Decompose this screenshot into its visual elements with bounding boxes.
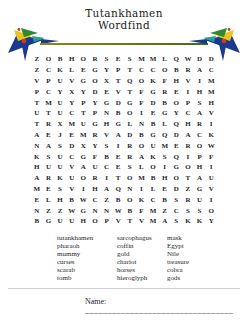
grid-cell: M [205,76,217,87]
grid-cell: O [159,65,171,76]
grid-cell: Y [101,65,113,76]
word-list-item: mummy [57,250,117,258]
word-list-column2: sarcophaguscoffingoldchariothorseshierog… [117,234,167,282]
grid-cell: S [124,162,136,173]
grid-cell: C [43,65,55,76]
grid-cell: G [78,76,90,87]
grid-cell: V [205,184,217,195]
grid-cell: G [89,119,101,130]
word-list-item: scarab [57,266,117,274]
grid-cell: P [78,97,90,108]
grid-cell: P [194,151,206,162]
grid-cell: O [124,108,136,119]
word-list-item: sarcophagus [117,234,167,242]
grid-cell: Z [182,184,194,195]
grid-cell: O [89,216,101,227]
grid-cell: Y [78,86,90,97]
grid-cell: H [194,162,206,173]
grid-cell: S [171,216,183,227]
grid-cell: U [31,108,43,119]
grid-cell: U [147,140,159,151]
grid-cell: I [136,184,148,195]
grid-cell: G [78,205,90,216]
grid-cell: E [171,140,183,151]
grid-cell: N [136,119,148,130]
grid-cell: X [54,119,66,130]
word-list-item: cobra [167,266,217,274]
grid-cell: G [147,130,159,141]
grid-cell: S [101,140,113,151]
grid-cell: O [182,162,194,173]
grid-cell: X [66,86,78,97]
grid-cell: E [147,108,159,119]
grid-cell: U [54,76,66,87]
grid-cell: H [194,86,206,97]
grid-cell: S [54,184,66,195]
word-list-item: chariot [117,258,167,266]
grid-cell: I [182,86,194,97]
grid-cell: U [54,151,66,162]
grid-cell: P [101,216,113,227]
grid-cell: T [43,108,55,119]
grid-cell: B [171,65,183,76]
grid-cell: U [54,97,66,108]
grid-cell: N [101,108,113,119]
grid-cell: K [147,151,159,162]
grid-cell: I [78,184,90,195]
grid-cell: M [136,173,148,184]
grid-cell: V [66,162,78,173]
grid-cell: T [78,108,90,119]
grid-cell: T [124,65,136,76]
grid-cell: K [54,65,66,76]
grid-cell: A [43,140,55,151]
grid-cell: R [89,173,101,184]
grid-cell: B [66,194,78,205]
grid-cell: J [54,130,66,141]
grid-cell: W [182,54,194,65]
grid-cell: V [101,130,113,141]
grid-cell: M [147,54,159,65]
grid-cell: I [205,194,217,205]
grid-cell: F [159,76,171,87]
grid-cell: R [89,130,101,141]
grid-cell: K [136,194,148,205]
grid-cell: E [31,194,43,205]
grid-cell: Z [159,205,171,216]
grid-cell: G [124,97,136,108]
footer-divider [8,288,240,289]
grid-cell: E [66,130,78,141]
grid-cell: B [101,151,113,162]
grid-cell: H [159,173,171,184]
grid-cell: E [159,184,171,195]
grid-cell: L [147,184,159,195]
grid-cell: V [112,86,124,97]
grid-cell: F [136,97,148,108]
grid-cell: T [112,76,124,87]
grid-cell: T [31,119,43,130]
grid-cell: A [31,130,43,141]
grid-cell: B [124,205,136,216]
word-list-item: Nile [167,250,217,258]
grid-cell: K [31,151,43,162]
grid-cell: C [136,65,148,76]
word-search-grid: ZOBHORSESMMLQWDDZCKLEGYPTCCOBRACVPUVGOXT… [31,54,217,227]
grid-cell: Z [54,205,66,216]
grid-cell: N [124,184,136,195]
grid-cell: H [182,119,194,130]
grid-cell: O [124,194,136,205]
grid-cell: Y [66,97,78,108]
grid-cell: V [205,108,217,119]
grid-cell: U [66,173,78,184]
grid-cell: U [89,162,101,173]
grid-cell: A [182,130,194,141]
grid-cell: U [54,162,66,173]
grid-cell: C [147,65,159,76]
grid-cell: M [136,54,148,65]
grid-cell: H [205,97,217,108]
grid-cell: O [171,173,183,184]
grid-cell: O [136,140,148,151]
grid-cell: Q [171,54,183,65]
grid-cell: C [182,108,194,119]
grid-cell: M [31,184,43,195]
grid-cell: M [66,119,78,130]
word-list-item: horses [117,266,167,274]
grid-cell: K [205,130,217,141]
grid-cell: G [43,216,55,227]
grid-cell: L [159,54,171,65]
grid-cell: Q [124,76,136,87]
grid-cell: G [159,108,171,119]
grid-cell: B [147,119,159,130]
grid-cell: Q [112,184,124,195]
grid-cell: A [78,162,90,173]
grid-cell: I [194,76,206,87]
grid-cell: X [78,140,90,151]
grid-cell: R [89,54,101,65]
grid-cell: U [54,216,66,227]
grid-cell: G [171,162,183,173]
grid-cell: K [147,76,159,87]
grid-cell: V [66,184,78,195]
word-list-column1: tutankhamenpharaohmummycursesscarabtomb [57,234,117,282]
grid-cell: R [182,194,194,205]
grid-cell: E [78,65,90,76]
grid-cell: Y [205,216,217,227]
grid-cell: Y [171,108,183,119]
grid-cell: O [78,173,90,184]
grid-cell: U [205,173,217,184]
grid-cell: I [159,162,171,173]
grid-cell: E [112,151,124,162]
grid-cell: O [171,97,183,108]
grid-cell: I [205,162,217,173]
grid-cell: O [43,54,55,65]
grid-cell: W [78,194,90,205]
grid-cell: E [43,130,55,141]
grid-cell: H [78,216,90,227]
grid-cell: V [31,76,43,87]
grid-cell: F [136,86,148,97]
grid-cell: B [147,173,159,184]
grid-cell: W [66,205,78,216]
grid-cell: M [43,97,55,108]
grid-cell: Y [54,86,66,97]
grid-cell: B [159,97,171,108]
grid-cell: A [159,216,171,227]
grid-cell: W [112,205,124,216]
grid-cell: U [54,108,66,119]
grid-cell: D [66,140,78,151]
grid-cell: O [124,173,136,184]
grid-cell: H [101,119,113,130]
grid-cell: P [43,76,55,87]
grid-cell: K [182,216,194,227]
grid-cell: T [124,216,136,227]
word-list-column3: maskEgyptNiletreasurecobragods [167,234,217,282]
grid-cell: L [136,162,148,173]
grid-cell: L [124,119,136,130]
grid-cell: A [112,130,124,141]
grid-cell: G [112,119,124,130]
word-list-item: gold [117,250,167,258]
word-list-item: tutankhamen [57,234,117,242]
grid-cell: G [89,65,101,76]
grid-cell: S [159,151,171,162]
word-list-item: treasure [167,258,217,266]
grid-cell: A [194,108,206,119]
grid-cell: R [182,65,194,76]
grid-cell: T [182,173,194,184]
grid-cell: I [182,151,194,162]
grid-cell: R [43,119,55,130]
grid-cell: C [171,205,183,216]
grid-cell: C [205,65,217,76]
grid-cell: C [66,151,78,162]
grid-cell: D [171,130,183,141]
worksheet-page: Tutankhamen Wordfind ZOBHORSESMMLQWDDZCK… [0,0,248,320]
grid-cell: E [101,86,113,97]
grid-cell: Z [31,54,43,65]
grid-cell: P [89,108,101,119]
grid-cell: C [66,108,78,119]
grid-cell: U [43,162,55,173]
grid-cell: H [171,76,183,87]
grid-cell: H [89,184,101,195]
grid-cell: G [101,97,113,108]
grid-cell: H [66,54,78,65]
grid-cell: E [112,54,124,65]
word-list: tutankhamenpharaohmummycursesscarabtombs… [57,234,217,282]
grid-cell: L [159,119,171,130]
grid-cell: P [112,65,124,76]
grid-cell: G [78,151,90,162]
grid-cell: H [31,162,43,173]
grid-cell: Y [89,97,101,108]
grid-cell: V [112,216,124,227]
grid-cell: B [136,130,148,141]
grid-cell: G [194,184,206,195]
title-line1: Tutankhamen [0,7,248,19]
grid-cell: Q [171,151,183,162]
grid-cell: U [78,119,90,130]
grid-cell: X [101,76,113,87]
grid-cell: K [54,173,66,184]
grid-cell: O [136,76,148,87]
word-list-item: mask [167,234,217,242]
grid-cell: D [205,54,217,65]
grid-cell: M [205,86,217,97]
grid-cell: A [194,173,206,184]
grid-cell: M [159,140,171,151]
grid-cell: S [43,151,55,162]
word-list-item: hieroglyph [117,274,167,282]
grid-cell: B [112,108,124,119]
grid-cell: D [89,86,101,97]
word-list-item: Egypt [167,242,217,250]
grid-cell: L [43,194,55,205]
grid-cell: Q [171,119,183,130]
grid-cell: V [136,216,148,227]
grid-cell: P [31,86,43,97]
grid-cell: O [78,54,90,65]
word-list-item: tomb [57,274,117,282]
grid-cell: U [66,216,78,227]
grid-cell: S [54,140,66,151]
grid-cell: T [31,97,43,108]
grid-cell: R [182,140,194,151]
grid-cell: L [66,65,78,76]
grid-cell: O [147,162,159,173]
grid-cell: O [194,140,206,151]
grid-cell: W [205,140,217,151]
grid-cell: H [54,194,66,205]
grid-cell: F [205,151,217,162]
grid-cell: C [194,130,206,141]
grid-cell: R [124,140,136,151]
grid-cell: D [124,130,136,141]
grid-cell: I [101,173,113,184]
grid-cell: T [124,86,136,97]
grid-cell: S [101,54,113,65]
grid-cell: A [136,151,148,162]
grid-cell: Q [159,130,171,141]
grid-cell: Y [89,140,101,151]
grid-cell: S [194,97,206,108]
grid-cell: G [147,86,159,97]
grid-cell: S [182,205,194,216]
grid-cell: A [194,65,206,76]
grid-cell: S [124,54,136,65]
grid-cell: S [194,205,206,216]
word-list-item: curses [57,258,117,266]
grid-cell: B [112,194,124,205]
grid-cell: T [112,173,124,184]
grid-cell: Z [31,65,43,76]
grid-cell: R [194,119,206,130]
grid-cell: P [182,97,194,108]
grid-cell: D [147,97,159,108]
grid-cell: I [205,119,217,130]
grid-cell: I [112,140,124,151]
grid-cell: E [43,184,55,195]
name-field: Name: _________________________________ [85,297,248,315]
grid-cell: O [89,76,101,87]
grid-cell: D [194,54,206,65]
grid-cell: Z [101,194,113,205]
name-blank-line: _________________________________ [85,306,234,315]
word-list-item: gods [167,274,217,282]
grid-cell: E [112,162,124,173]
grid-cell: D [171,184,183,195]
grid-cell: C [43,86,55,97]
grid-cell: C [147,194,159,205]
grid-cell: R [159,86,171,97]
grid-cell: B [159,194,171,205]
grid-cell: V [182,76,194,87]
grid-cell: N [31,140,43,151]
grid-cell: I [136,108,148,119]
divider-line [40,43,208,45]
grid-cell: F [136,205,148,216]
grid-cell: N [89,205,101,216]
grid-cell: K [194,216,206,227]
word-list-item: coffin [117,242,167,250]
grid-cell: A [101,184,113,195]
grid-cell: C [101,162,113,173]
grid-cell: B [31,216,43,227]
grid-cell: R [43,173,55,184]
grid-cell: A [31,173,43,184]
grid-cell: M [147,205,159,216]
grid-cell: M [78,130,90,141]
grid-cell: S [171,194,183,205]
grid-cell: C [89,194,101,205]
grid-cell: E [171,86,183,97]
grid-cell: B [54,54,66,65]
grid-cell: N [101,205,113,216]
grid-cell: N [31,205,43,216]
name-label: Name: [85,297,106,306]
word-list-item: pharaoh [57,242,117,250]
grid-cell: U [194,194,206,205]
grid-cell: R [124,151,136,162]
grid-cell: Z [43,205,55,216]
grid-cell: F [89,151,101,162]
grid-cell: D [112,97,124,108]
grid-cell: V [66,76,78,87]
grid-cell: M [147,216,159,227]
grid-cell: O [205,205,217,216]
